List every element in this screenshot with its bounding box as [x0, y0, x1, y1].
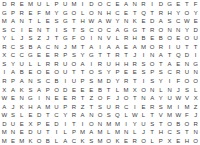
- grid-cell-r3c1: M: [0, 17, 9, 26]
- grid-cell-r6c23: T: [191, 43, 200, 52]
- grid-cell-r16c19: H: [157, 128, 166, 137]
- grid-cell-r6c8: J: [61, 43, 70, 52]
- grid-cell-r2c21: Y: [174, 9, 183, 18]
- grid-cell-r5c4: S: [26, 34, 35, 43]
- grid-cell-r2c6: M: [43, 9, 52, 18]
- grid-cell-r14c3: L: [17, 111, 26, 120]
- grid-cell-r13c4: H: [26, 102, 35, 111]
- grid-cell-r14c10: A: [78, 111, 87, 120]
- grid-cell-r5c9: F: [70, 34, 79, 43]
- grid-cell-r6c20: I: [165, 43, 174, 52]
- grid-cell-r9c3: B: [17, 68, 26, 77]
- grid-cell-r13c9: R: [70, 102, 79, 111]
- grid-cell-r8c13: U: [104, 60, 113, 69]
- grid-cell-r8c12: R: [96, 60, 105, 69]
- grid-cell-r16c7: I: [52, 128, 61, 137]
- grid-cell-r12c23: X: [191, 94, 200, 103]
- grid-cell-r11c13: T: [104, 85, 113, 94]
- grid-cell-r1c13: C: [104, 0, 113, 9]
- grid-cell-r14c13: S: [104, 111, 113, 120]
- grid-cell-r14c7: C: [52, 111, 61, 120]
- grid-cell-r6c2: C: [9, 43, 18, 52]
- grid-cell-r14c16: W: [130, 111, 139, 120]
- grid-cell-r14c2: S: [9, 111, 18, 120]
- grid-cell-r5c10: O: [78, 34, 87, 43]
- grid-cell-r6c14: A: [113, 43, 122, 52]
- grid-cell-r17c3: M: [17, 136, 26, 145]
- grid-cell-r10c17: I: [139, 77, 148, 86]
- grid-cell-r1c9: M: [70, 0, 79, 9]
- grid-cell-r7c1: X: [0, 51, 9, 60]
- grid-cell-r13c2: J: [9, 102, 18, 111]
- grid-cell-r8c16: R: [130, 60, 139, 69]
- grid-cell-r13c8: P: [61, 102, 70, 111]
- grid-cell-r12c1: W: [0, 94, 9, 103]
- grid-cell-r3c23: E: [191, 17, 200, 26]
- grid-cell-r8c22: N: [183, 60, 192, 69]
- grid-cell-r2c20: H: [165, 9, 174, 18]
- grid-cell-r5c6: J: [43, 34, 52, 43]
- grid-cell-r5c16: H: [130, 34, 139, 43]
- grid-cell-r3c3: N: [17, 17, 26, 26]
- grid-cell-r9c22: U: [183, 68, 192, 77]
- grid-cell-r4c11: C: [87, 26, 96, 35]
- grid-cell-r3c16: K: [130, 17, 139, 26]
- grid-cell-r4c2: C: [9, 26, 18, 35]
- grid-cell-r17c2: E: [9, 136, 18, 145]
- grid-cell-r1c6: L: [43, 0, 52, 9]
- grid-cell-r5c12: N: [96, 34, 105, 43]
- grid-cell-r16c2: N: [9, 128, 18, 137]
- grid-cell-r10c8: I: [61, 77, 70, 86]
- grid-cell-r3c12: A: [96, 17, 105, 26]
- grid-cell-r6c4: B: [26, 43, 35, 52]
- grid-cell-r4c3: I: [17, 26, 26, 35]
- grid-cell-r17c20: X: [165, 136, 174, 145]
- grid-cell-r7c16: J: [130, 51, 139, 60]
- grid-cell-r15c15: I: [122, 119, 131, 128]
- grid-cell-r12c13: F: [104, 94, 113, 103]
- grid-cell-r2c23: Y: [191, 9, 200, 18]
- grid-cell-r7c12: T: [96, 51, 105, 60]
- grid-cell-r5c14: L: [113, 34, 122, 43]
- grid-cell-r4c8: S: [61, 26, 70, 35]
- grid-cell-r13c1: A: [0, 102, 9, 111]
- grid-cell-r16c17: J: [139, 128, 148, 137]
- grid-cell-r17c22: H: [183, 136, 192, 145]
- grid-cell-r10c7: B: [52, 77, 61, 86]
- grid-cell-r1c12: O: [96, 0, 105, 9]
- grid-cell-r10c23: O: [191, 77, 200, 86]
- grid-cell-r2c15: E: [122, 9, 131, 18]
- grid-cell-r11c5: A: [35, 85, 44, 94]
- grid-cell-r4c13: C: [104, 26, 113, 35]
- grid-cell-r10c3: A: [17, 77, 26, 86]
- grid-cell-r11c10: E: [78, 85, 87, 94]
- grid-cell-r1c18: I: [148, 0, 157, 9]
- grid-cell-r9c11: O: [87, 68, 96, 77]
- grid-cell-r14c14: Q: [113, 111, 122, 120]
- grid-cell-r7c7: R: [52, 51, 61, 60]
- grid-cell-r16c18: T: [148, 128, 157, 137]
- grid-cell-r11c15: M: [122, 85, 131, 94]
- grid-cell-r9c21: R: [174, 68, 183, 77]
- grid-cell-r3c11: W: [87, 17, 96, 26]
- grid-cell-r1c19: D: [157, 0, 166, 9]
- grid-cell-r16c15: N: [122, 128, 131, 137]
- grid-cell-r13c5: A: [35, 102, 44, 111]
- grid-cell-r5c23: U: [191, 34, 200, 43]
- grid-cell-r10c11: S: [87, 77, 96, 86]
- grid-cell-r4c6: T: [43, 26, 52, 35]
- grid-cell-r10c19: Y: [157, 77, 166, 86]
- grid-cell-r1c16: N: [130, 0, 139, 9]
- grid-cell-r9c4: E: [26, 68, 35, 77]
- grid-cell-r2c10: L: [78, 9, 87, 18]
- grid-cell-r8c7: R: [52, 60, 61, 69]
- grid-cell-r9c6: E: [43, 68, 52, 77]
- grid-cell-r1c3: E: [17, 0, 26, 9]
- grid-cell-r13c21: I: [174, 102, 183, 111]
- grid-cell-r6c11: A: [87, 43, 96, 52]
- grid-cell-r16c20: C: [165, 128, 174, 137]
- grid-cell-r2c2: P: [9, 9, 18, 18]
- grid-cell-r2c5: F: [35, 9, 44, 18]
- grid-cell-r14c19: V: [157, 111, 166, 120]
- grid-cell-r15c13: M: [104, 119, 113, 128]
- grid-cell-r2c12: N: [96, 9, 105, 18]
- grid-cell-r14c4: E: [26, 111, 35, 120]
- grid-cell-r12c4: G: [26, 94, 35, 103]
- grid-cell-r7c3: C: [17, 51, 26, 60]
- grid-cell-r5c5: Z: [35, 34, 44, 43]
- grid-cell-r3c10: H: [78, 17, 87, 26]
- grid-cell-r4c16: G: [130, 26, 139, 35]
- grid-cell-r3c7: S: [52, 17, 61, 26]
- grid-cell-r7c2: C: [9, 51, 18, 60]
- grid-cell-r4c14: A: [113, 26, 122, 35]
- grid-cell-r1c23: F: [191, 0, 200, 9]
- grid-cell-r5c17: B: [139, 34, 148, 43]
- grid-cell-r17c7: L: [52, 136, 61, 145]
- grid-cell-r9c12: S: [96, 68, 105, 77]
- grid-cell-r17c14: K: [113, 136, 122, 145]
- grid-cell-r12c8: E: [61, 94, 70, 103]
- grid-cell-r7c10: Y: [78, 51, 87, 60]
- grid-cell-r15c19: T: [157, 119, 166, 128]
- grid-cell-r7c17: I: [139, 51, 148, 60]
- grid-cell-r11c19: L: [157, 85, 166, 94]
- grid-cell-r3c4: T: [26, 17, 35, 26]
- grid-cell-r7c21: Q: [174, 51, 183, 60]
- grid-cell-r7c13: T: [104, 51, 113, 60]
- grid-cell-r3c17: E: [139, 17, 148, 26]
- grid-cell-r5c20: O: [165, 34, 174, 43]
- grid-cell-r8c2: Y: [9, 60, 18, 69]
- grid-cell-r1c8: U: [61, 0, 70, 9]
- grid-cell-r12c22: V: [183, 94, 192, 103]
- grid-cell-r6c6: C: [43, 43, 52, 52]
- grid-cell-r11c23: L: [191, 85, 200, 94]
- grid-cell-r13c10: Z: [78, 102, 87, 111]
- grid-cell-r7c22: D: [183, 51, 192, 60]
- grid-cell-r6c22: T: [183, 43, 192, 52]
- grid-cell-r10c5: S: [35, 77, 44, 86]
- grid-cell-r14c6: T: [43, 111, 52, 120]
- grid-cell-r7c14: R: [113, 51, 122, 60]
- grid-cell-r4c15: G: [122, 26, 131, 35]
- grid-cell-r15c10: I: [78, 119, 87, 128]
- grid-cell-r4c7: I: [52, 26, 61, 35]
- grid-cell-r9c14: P: [113, 68, 122, 77]
- grid-cell-r11c11: E: [87, 85, 96, 94]
- grid-cell-r16c1: M: [0, 128, 9, 137]
- grid-cell-r9c8: U: [61, 68, 70, 77]
- grid-cell-r15c18: S: [148, 119, 157, 128]
- grid-cell-r13c22: M: [183, 102, 192, 111]
- grid-cell-r16c8: L: [61, 128, 70, 137]
- grid-cell-r9c20: C: [165, 68, 174, 77]
- grid-cell-r13c18: R: [148, 102, 157, 111]
- grid-cell-r11c14: L: [113, 85, 122, 94]
- grid-cell-r10c15: R: [122, 77, 131, 86]
- grid-cell-r15c20: O: [165, 119, 174, 128]
- grid-cell-r12c3: N: [17, 94, 26, 103]
- grid-cell-r17c5: O: [35, 136, 44, 145]
- grid-cell-r11c1: X: [0, 85, 9, 94]
- grid-cell-r4c17: T: [139, 26, 148, 35]
- grid-cell-r9c23: N: [191, 68, 200, 77]
- grid-cell-r13c20: M: [165, 102, 174, 111]
- grid-cell-r3c21: C: [174, 17, 183, 26]
- grid-cell-r5c2: L: [9, 34, 18, 43]
- grid-cell-r12c19: Y: [157, 94, 166, 103]
- grid-cell-r11c6: P: [43, 85, 52, 94]
- grid-cell-r16c12: M: [96, 128, 105, 137]
- grid-cell-r15c4: X: [26, 119, 35, 128]
- grid-cell-r10c10: P: [78, 77, 87, 86]
- grid-cell-r16c16: L: [130, 128, 139, 137]
- grid-cell-r6c7: N: [52, 43, 61, 52]
- grid-cell-r2c18: T: [148, 9, 157, 18]
- grid-cell-r13c6: M: [43, 102, 52, 111]
- grid-cell-r15c2: U: [9, 119, 18, 128]
- grid-cell-r9c16: E: [130, 68, 139, 77]
- grid-cell-r3c9: T: [70, 17, 79, 26]
- grid-cell-r11c16: X: [130, 85, 139, 94]
- grid-cell-r17c23: O: [191, 136, 200, 145]
- grid-cell-r6c9: M: [70, 43, 79, 52]
- grid-cell-r15c22: O: [183, 119, 192, 128]
- grid-cell-r9c13: Y: [104, 68, 113, 77]
- grid-cell-r12c9: R: [70, 94, 79, 103]
- grid-cell-r5c11: I: [87, 34, 96, 43]
- grid-cell-r6c12: I: [96, 43, 105, 52]
- grid-cell-r8c3: U: [17, 60, 26, 69]
- grid-cell-r14c18: T: [148, 111, 157, 120]
- grid-cell-r2c13: H: [104, 9, 113, 18]
- grid-cell-r12c5: I: [35, 94, 44, 103]
- grid-cell-r2c17: Q: [139, 9, 148, 18]
- grid-cell-r8c17: S: [139, 60, 148, 69]
- grid-cell-r4c10: S: [78, 26, 87, 35]
- grid-cell-r2c8: G: [61, 9, 70, 18]
- grid-cell-r16c21: S: [174, 128, 183, 137]
- grid-cell-r11c17: O: [139, 85, 148, 94]
- grid-cell-r12c7: E: [52, 94, 61, 103]
- grid-cell-r2c11: O: [87, 9, 96, 18]
- grid-cell-r3c2: A: [9, 17, 18, 26]
- grid-cell-r4c20: N: [165, 26, 174, 35]
- grid-cell-r3c18: D: [148, 17, 157, 26]
- grid-cell-r8c4: L: [26, 60, 35, 69]
- grid-cell-r2c4: E: [26, 9, 35, 18]
- grid-cell-r17c9: C: [70, 136, 79, 145]
- grid-cell-r1c20: G: [165, 0, 174, 9]
- grid-cell-r9c10: T: [78, 68, 87, 77]
- grid-cell-r2c1: G: [0, 9, 9, 18]
- grid-cell-r12c10: T: [78, 94, 87, 103]
- grid-cell-r6c18: O: [148, 43, 157, 52]
- grid-cell-r1c10: I: [78, 0, 87, 9]
- grid-cell-r1c21: E: [174, 0, 183, 9]
- grid-cell-r9c15: E: [122, 68, 131, 77]
- grid-cell-r4c21: N: [174, 26, 183, 35]
- grid-cell-r8c20: A: [165, 60, 174, 69]
- grid-cell-r6c17: M: [139, 43, 148, 52]
- grid-cell-r12c14: J: [113, 94, 122, 103]
- grid-cell-r10c14: Y: [113, 77, 122, 86]
- grid-cell-r9c18: P: [148, 68, 157, 77]
- grid-cell-r16c14: M: [113, 128, 122, 137]
- grid-cell-r17c4: K: [26, 136, 35, 145]
- grid-cell-r13c15: C: [122, 102, 131, 111]
- grid-cell-r7c6: E: [43, 51, 52, 60]
- grid-cell-r16c6: T: [43, 128, 52, 137]
- grid-cell-r8c14: H: [113, 60, 122, 69]
- grid-cell-r1c22: T: [183, 0, 192, 9]
- grid-cell-r6c19: R: [157, 43, 166, 52]
- grid-cell-r12c18: A: [148, 94, 157, 103]
- grid-cell-r14c20: M: [165, 111, 174, 120]
- grid-cell-r3c13: W: [104, 17, 113, 26]
- grid-cell-r11c3: K: [17, 85, 26, 94]
- grid-cell-r14c9: R: [70, 111, 79, 120]
- grid-cell-r16c11: A: [87, 128, 96, 137]
- grid-cell-r10c21: F: [174, 77, 183, 86]
- grid-cell-r6c13: A: [104, 43, 113, 52]
- grid-cell-r2c14: C: [113, 9, 122, 18]
- grid-cell-r13c3: K: [17, 102, 26, 111]
- grid-cell-r15c16: Y: [130, 119, 139, 128]
- grid-cell-r4c5: N: [35, 26, 44, 35]
- grid-cell-r13c7: U: [52, 102, 61, 111]
- grid-cell-r15c1: D: [0, 119, 9, 128]
- grid-cell-r10c6: C: [43, 77, 52, 86]
- grid-cell-r17c1: M: [0, 136, 9, 145]
- grid-cell-r17c13: O: [104, 136, 113, 145]
- grid-cell-r15c7: D: [52, 119, 61, 128]
- grid-cell-r2c3: R: [17, 9, 26, 18]
- grid-cell-r7c8: P: [61, 51, 70, 60]
- grid-cell-r14c8: Y: [61, 111, 70, 120]
- grid-cell-r10c12: M: [96, 77, 105, 86]
- grid-cell-r7c11: G: [87, 51, 96, 60]
- grid-cell-r10c4: N: [26, 77, 35, 86]
- grid-cell-r6c1: R: [0, 43, 9, 52]
- grid-cell-r7c18: N: [148, 51, 157, 60]
- grid-cell-r17c21: E: [174, 136, 183, 145]
- grid-cell-r7c15: T: [122, 51, 131, 60]
- grid-cell-r11c9: E: [70, 85, 79, 94]
- grid-cell-r13c14: R: [113, 102, 122, 111]
- grid-cell-r6c10: T: [78, 43, 87, 52]
- grid-cell-r13c12: S: [96, 102, 105, 111]
- grid-cell-r17c18: L: [148, 136, 157, 145]
- grid-cell-r11c8: D: [61, 85, 70, 94]
- grid-cell-r17c11: S: [87, 136, 96, 145]
- grid-cell-r16c10: M: [78, 128, 87, 137]
- grid-cell-r3c14: Y: [113, 17, 122, 26]
- grid-cell-r5c21: E: [174, 34, 183, 43]
- grid-cell-r15c8: I: [61, 119, 70, 128]
- grid-cell-r12c17: N: [139, 94, 148, 103]
- grid-cell-r11c4: S: [26, 85, 35, 94]
- grid-cell-r6c15: E: [122, 43, 131, 52]
- grid-cell-r4c19: O: [157, 26, 166, 35]
- grid-cell-r13c16: I: [130, 102, 139, 111]
- grid-cell-r7c5: E: [35, 51, 44, 60]
- grid-cell-r5c7: T: [52, 34, 61, 43]
- grid-cell-r17c16: R: [130, 136, 139, 145]
- grid-cell-r15c14: M: [113, 119, 122, 128]
- grid-cell-r4c9: T: [70, 26, 79, 35]
- grid-cell-r13c23: Z: [191, 102, 200, 111]
- grid-cell-r1c14: E: [113, 0, 122, 9]
- grid-cell-r8c5: L: [35, 60, 44, 69]
- grid-cell-r1c1: D: [0, 0, 9, 9]
- grid-cell-r4c12: O: [96, 26, 105, 35]
- grid-cell-r5c18: E: [148, 34, 157, 43]
- grid-cell-r8c15: H: [122, 60, 131, 69]
- grid-cell-r16c9: P: [70, 128, 79, 137]
- grid-cell-r3c6: E: [43, 17, 52, 26]
- grid-cell-r8c1: S: [0, 60, 9, 69]
- grid-cell-r9c1: I: [0, 68, 9, 77]
- grid-cell-r1c15: A: [122, 0, 131, 9]
- grid-cell-r4c1: S: [0, 26, 9, 35]
- grid-cell-r14c21: W: [174, 111, 183, 120]
- grid-cell-r14c17: L: [139, 111, 148, 120]
- grid-cell-r1c11: D: [87, 0, 96, 9]
- grid-cell-r1c2: R: [9, 0, 18, 9]
- grid-cell-r11c21: J: [174, 85, 183, 94]
- grid-cell-r2c16: T: [130, 9, 139, 18]
- grid-cell-r1c5: U: [35, 0, 44, 9]
- grid-cell-r14c5: D: [35, 111, 44, 120]
- grid-cell-r12c12: O: [96, 94, 105, 103]
- grid-cell-r16c22: T: [183, 128, 192, 137]
- grid-cell-r15c9: T: [70, 119, 79, 128]
- grid-cell-r11c22: S: [183, 85, 192, 94]
- grid-cell-r10c9: U: [70, 77, 79, 86]
- grid-cell-r4c18: R: [148, 26, 157, 35]
- grid-cell-r17c19: P: [157, 136, 166, 145]
- grid-cell-r8c23: G: [191, 60, 200, 69]
- grid-cell-r12c21: W: [174, 94, 183, 103]
- grid-cell-r15c3: E: [17, 119, 26, 128]
- grid-cell-r10c1: R: [0, 77, 9, 86]
